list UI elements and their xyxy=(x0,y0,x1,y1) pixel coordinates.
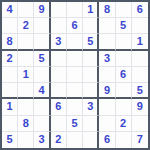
sudoku-cell-given: 4 xyxy=(2,2,18,18)
sudoku-cell-empty[interactable] xyxy=(132,67,148,83)
sudoku-cell-empty[interactable] xyxy=(2,83,18,99)
sudoku-cell-given: 5 xyxy=(83,34,99,50)
sudoku-cell-empty[interactable] xyxy=(116,99,132,115)
sudoku-cell-empty[interactable] xyxy=(51,51,67,67)
sudoku-cell-empty[interactable] xyxy=(67,83,83,99)
sudoku-cell-empty[interactable] xyxy=(116,2,132,18)
sudoku-cell-given: 1 xyxy=(18,67,34,83)
sudoku-cell-empty[interactable] xyxy=(132,116,148,132)
sudoku-cell-given: 2 xyxy=(2,51,18,67)
sudoku-cell-empty[interactable] xyxy=(18,51,34,67)
sudoku-cell-empty[interactable] xyxy=(2,18,18,34)
sudoku-cell-empty[interactable] xyxy=(83,116,99,132)
sudoku-cell-empty[interactable] xyxy=(51,116,67,132)
sudoku-cell-empty[interactable] xyxy=(67,67,83,83)
sudoku-cell-given: 5 xyxy=(34,51,50,67)
sudoku-cell-given: 7 xyxy=(132,132,148,148)
sudoku-cell-given: 8 xyxy=(2,34,18,50)
sudoku-cell-empty[interactable] xyxy=(18,2,34,18)
sudoku-cell-empty[interactable] xyxy=(116,51,132,67)
sudoku-cell-empty[interactable] xyxy=(99,18,115,34)
sudoku-cell-empty[interactable] xyxy=(34,18,50,34)
sudoku-cell-empty[interactable] xyxy=(18,83,34,99)
sudoku-cell-given: 5 xyxy=(2,132,18,148)
sudoku-cell-empty[interactable] xyxy=(83,67,99,83)
sudoku-cell-empty[interactable] xyxy=(67,34,83,50)
sudoku-cell-empty[interactable] xyxy=(116,132,132,148)
sudoku-cell-empty[interactable] xyxy=(99,67,115,83)
sudoku-cell-given: 3 xyxy=(99,51,115,67)
sudoku-cell-empty[interactable] xyxy=(132,51,148,67)
sudoku-cell-given: 6 xyxy=(99,132,115,148)
sudoku-cell-empty[interactable] xyxy=(34,116,50,132)
sudoku-cell-empty[interactable] xyxy=(2,67,18,83)
sudoku-cell-given: 1 xyxy=(2,99,18,115)
sudoku-cell-given: 6 xyxy=(51,99,67,115)
sudoku-cell-empty[interactable] xyxy=(67,2,83,18)
sudoku-cell-empty[interactable] xyxy=(99,116,115,132)
sudoku-cell-empty[interactable] xyxy=(34,67,50,83)
sudoku-cell-given: 3 xyxy=(34,132,50,148)
sudoku-cell-given: 3 xyxy=(83,99,99,115)
sudoku-cell-given: 6 xyxy=(132,2,148,18)
sudoku-cell-empty[interactable] xyxy=(99,99,115,115)
sudoku-cell-empty[interactable] xyxy=(2,116,18,132)
sudoku-cell-empty[interactable] xyxy=(83,83,99,99)
sudoku-cell-empty[interactable] xyxy=(67,51,83,67)
sudoku-cell-empty[interactable] xyxy=(67,99,83,115)
sudoku-cell-empty[interactable] xyxy=(51,67,67,83)
sudoku-cell-given: 2 xyxy=(51,132,67,148)
sudoku-cell-given: 1 xyxy=(83,2,99,18)
sudoku-cell-given: 9 xyxy=(99,83,115,99)
sudoku-cell-given: 4 xyxy=(34,83,50,99)
sudoku-cell-given: 3 xyxy=(51,34,67,50)
sudoku-cell-given: 9 xyxy=(34,2,50,18)
sudoku-board: 49186265835125316495163985253267 xyxy=(0,0,150,150)
sudoku-cell-empty[interactable] xyxy=(67,132,83,148)
sudoku-cell-given: 8 xyxy=(18,116,34,132)
sudoku-cell-given: 2 xyxy=(18,18,34,34)
sudoku-cell-given: 5 xyxy=(116,18,132,34)
sudoku-cell-empty[interactable] xyxy=(51,2,67,18)
sudoku-cell-empty[interactable] xyxy=(132,18,148,34)
sudoku-cell-given: 2 xyxy=(116,116,132,132)
sudoku-cell-empty[interactable] xyxy=(18,99,34,115)
sudoku-cell-empty[interactable] xyxy=(18,132,34,148)
sudoku-cell-empty[interactable] xyxy=(99,34,115,50)
sudoku-cell-empty[interactable] xyxy=(83,18,99,34)
sudoku-cell-empty[interactable] xyxy=(116,83,132,99)
sudoku-cell-given: 1 xyxy=(132,34,148,50)
sudoku-cell-empty[interactable] xyxy=(18,34,34,50)
sudoku-cell-empty[interactable] xyxy=(34,34,50,50)
sudoku-cell-given: 6 xyxy=(67,18,83,34)
sudoku-cell-empty[interactable] xyxy=(83,51,99,67)
sudoku-cell-empty[interactable] xyxy=(51,83,67,99)
sudoku-cell-given: 5 xyxy=(67,116,83,132)
sudoku-cell-empty[interactable] xyxy=(51,18,67,34)
sudoku-cell-empty[interactable] xyxy=(83,132,99,148)
sudoku-cell-given: 5 xyxy=(132,83,148,99)
sudoku-cell-given: 9 xyxy=(132,99,148,115)
sudoku-cell-given: 6 xyxy=(116,67,132,83)
sudoku-cell-empty[interactable] xyxy=(116,34,132,50)
sudoku-cell-given: 8 xyxy=(99,2,115,18)
sudoku-cell-empty[interactable] xyxy=(34,99,50,115)
